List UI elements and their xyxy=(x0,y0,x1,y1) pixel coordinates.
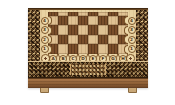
square-c4 xyxy=(68,16,78,26)
rank-label-right-3: 3 xyxy=(128,26,136,34)
carved-border-left xyxy=(28,10,41,61)
square-g3 xyxy=(108,25,118,35)
square-e4 xyxy=(88,16,98,26)
folding-chess-backgammon-case: 4321 4321 ABCDEFGH xyxy=(28,8,148,88)
rank-label-left-4: 4 xyxy=(41,17,49,25)
rank-label-right-4: 4 xyxy=(128,17,136,25)
rank-label-left-2: 2 xyxy=(41,36,49,44)
case-base-strip xyxy=(28,78,148,88)
square-d3 xyxy=(78,25,88,35)
square-b3 xyxy=(58,25,68,35)
square-b1 xyxy=(58,44,68,54)
rank-label-left-3: 3 xyxy=(41,26,49,34)
rank-labels-right: 4321 xyxy=(128,16,135,54)
square-b2 xyxy=(58,35,68,45)
front-band-medallion xyxy=(70,64,106,75)
square-f2 xyxy=(98,35,108,45)
rank-label-right-1: 1 xyxy=(128,45,136,53)
square-e2 xyxy=(88,35,98,45)
square-b4 xyxy=(58,16,68,26)
rank-label-right-2: 2 xyxy=(128,36,136,44)
square-d1 xyxy=(78,44,88,54)
square-c1 xyxy=(68,44,78,54)
square-f3 xyxy=(98,25,108,35)
square-d4 xyxy=(78,16,88,26)
square-c3 xyxy=(68,25,78,35)
square-e1 xyxy=(88,44,98,54)
rank-label-left-1: 1 xyxy=(41,45,49,53)
square-e3 xyxy=(88,25,98,35)
case-foot-right xyxy=(128,88,137,93)
square-g2 xyxy=(108,35,118,45)
square-f1 xyxy=(98,44,108,54)
square-g4 xyxy=(108,16,118,26)
chess-board xyxy=(48,12,128,54)
carved-border-right xyxy=(135,10,148,61)
product-photo: 4321 4321 ABCDEFGH xyxy=(0,0,175,105)
board-top-surface: 4321 4321 ABCDEFGH xyxy=(28,10,148,61)
carved-front-band xyxy=(28,61,148,78)
square-c2 xyxy=(68,35,78,45)
chess-panel: 4321 4321 ABCDEFGH xyxy=(41,10,135,61)
rank-labels-left: 4321 xyxy=(41,16,48,54)
square-d2 xyxy=(78,35,88,45)
case-foot-left xyxy=(40,88,49,93)
square-g1 xyxy=(108,44,118,54)
square-f4 xyxy=(98,16,108,26)
